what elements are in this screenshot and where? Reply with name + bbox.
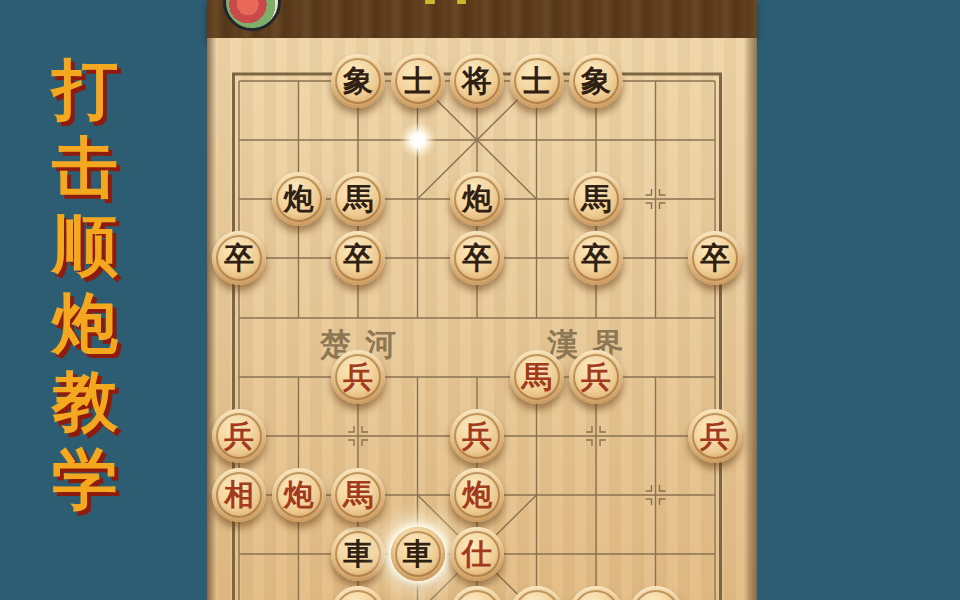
piece-black-elephant[interactable]: 象 — [569, 54, 623, 108]
clipped-player-text — [425, 0, 435, 4]
screenshot-stage: 打 击 顺 炮 教 学 楚河 漢界 象士将士象炮馬炮馬卒卒卒卒卒車車兵馬兵兵兵兵… — [0, 0, 960, 600]
banner-char: 击 — [52, 128, 118, 206]
board-edge-shadow — [743, 38, 757, 600]
piece-red-elephant[interactable]: 相 — [212, 468, 266, 522]
piece-black-horse[interactable]: 馬 — [569, 172, 623, 226]
piece-red-cannon[interactable]: 炮 — [272, 468, 326, 522]
piece-black-soldier[interactable]: 卒 — [569, 231, 623, 285]
banner-char: 教 — [52, 362, 118, 440]
piece-red-soldier[interactable]: 兵 — [688, 409, 742, 463]
board-edge-shadow — [207, 38, 217, 600]
piece-black-soldier[interactable]: 卒 — [212, 231, 266, 285]
piece-black-cannon[interactable]: 炮 — [450, 172, 504, 226]
banner-char: 学 — [52, 440, 118, 518]
piece-black-elephant[interactable]: 象 — [331, 54, 385, 108]
piece-red-horse[interactable]: 馬 — [331, 468, 385, 522]
banner-char: 炮 — [52, 284, 118, 362]
piece-red-soldier[interactable]: 兵 — [450, 409, 504, 463]
piece-red-soldier[interactable]: 兵 — [569, 350, 623, 404]
piece-black-king[interactable]: 将 — [450, 54, 504, 108]
piece-black-advisor[interactable]: 士 — [391, 54, 445, 108]
clipped-player-text — [457, 0, 466, 4]
banner-char: 顺 — [52, 206, 118, 284]
piece-black-advisor[interactable]: 士 — [510, 54, 564, 108]
piece-black-soldier[interactable]: 卒 — [688, 231, 742, 285]
piece-black-chariot[interactable]: 車 — [331, 527, 385, 581]
piece-red-soldier[interactable]: 兵 — [212, 409, 266, 463]
piece-red-horse[interactable]: 馬 — [510, 350, 564, 404]
lesson-title-banner: 打 击 顺 炮 教 学 — [33, 50, 137, 518]
banner-char: 打 — [52, 50, 118, 128]
piece-black-soldier[interactable]: 卒 — [450, 231, 504, 285]
piece-red-cannon[interactable]: 炮 — [450, 468, 504, 522]
piece-black-soldier[interactable]: 卒 — [331, 231, 385, 285]
piece-red-soldier[interactable]: 兵 — [331, 350, 385, 404]
piece-black-chariot[interactable]: 車 — [391, 527, 445, 581]
piece-black-cannon[interactable]: 炮 — [272, 172, 326, 226]
piece-red-advisor[interactable]: 仕 — [450, 527, 504, 581]
table-top-bar — [207, 0, 757, 40]
piece-black-horse[interactable]: 馬 — [331, 172, 385, 226]
